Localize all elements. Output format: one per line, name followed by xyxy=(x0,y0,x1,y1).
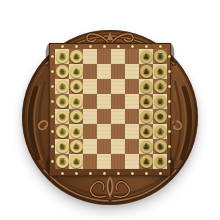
black-pawn: ♟ xyxy=(140,95,153,108)
board-square: ♟ xyxy=(69,109,83,124)
black-pawn: ♟ xyxy=(140,80,153,93)
brass-stud-icon xyxy=(131,172,134,175)
board-square xyxy=(97,124,111,139)
board-square: ♟ xyxy=(69,64,83,79)
board-square: ♟ xyxy=(139,139,153,154)
board-square: ♟ xyxy=(139,79,153,94)
board-square: ♟ xyxy=(139,109,153,124)
board-square: ♟ xyxy=(139,49,153,64)
board-frame: ♜♟♟♜♞♟♟♞♝♟♟♝♛♟♟♛♚♟♟♚♝♟♟♝♞♟♟♞♜♟♟♜ xyxy=(49,43,171,176)
board-square xyxy=(125,124,139,139)
board-square xyxy=(83,94,97,109)
board-square xyxy=(83,64,97,79)
board-square: ♝ xyxy=(153,124,167,139)
board-square xyxy=(125,139,139,154)
brass-stud-icon xyxy=(168,85,171,88)
board-square: ♚ xyxy=(153,109,167,124)
board-square xyxy=(111,124,125,139)
board-square: ♜ xyxy=(55,154,69,169)
board-square xyxy=(83,154,97,169)
board-square: ♛ xyxy=(153,94,167,109)
board-square xyxy=(111,154,125,169)
brass-stud-icon xyxy=(145,45,148,48)
board-square xyxy=(111,79,125,94)
board-square: ♞ xyxy=(153,139,167,154)
board-square: ♞ xyxy=(55,139,69,154)
product-photo: ♜♟♟♜♞♟♟♞♝♟♟♝♛♟♟♛♚♟♟♚♝♟♟♝♞♟♟♞♜♟♟♜ xyxy=(0,0,220,220)
board-square: ♟ xyxy=(69,139,83,154)
board-square xyxy=(97,109,111,124)
board-square xyxy=(97,64,111,79)
brass-stud-icon xyxy=(168,55,171,58)
white-rook: ♜ xyxy=(56,155,69,168)
brass-stud-icon xyxy=(51,100,54,103)
white-pawn: ♟ xyxy=(70,65,83,78)
black-pawn: ♟ xyxy=(140,65,153,78)
brass-stud-icon xyxy=(51,160,54,163)
brass-stud-icon xyxy=(168,145,171,148)
board-square: ♜ xyxy=(153,49,167,64)
brass-stud-icon xyxy=(89,45,92,48)
board-square xyxy=(125,49,139,64)
black-rook: ♜ xyxy=(154,155,167,168)
black-knight: ♞ xyxy=(154,140,167,153)
brass-stud-icon xyxy=(131,45,134,48)
white-rook: ♜ xyxy=(56,50,69,63)
board-square xyxy=(83,109,97,124)
black-bishop: ♝ xyxy=(154,125,167,138)
board-square xyxy=(97,49,111,64)
brass-stud-icon xyxy=(51,115,54,118)
board-square xyxy=(125,154,139,169)
brass-stud-icon xyxy=(75,172,78,175)
black-pawn: ♟ xyxy=(140,110,153,123)
board-square: ♜ xyxy=(153,154,167,169)
black-queen: ♛ xyxy=(154,95,167,108)
board-square xyxy=(125,109,139,124)
board-square xyxy=(111,94,125,109)
brass-stud-icon xyxy=(117,45,120,48)
brass-stud-icon xyxy=(51,70,54,73)
white-pawn: ♟ xyxy=(70,50,83,63)
brass-stud-icon xyxy=(168,130,171,133)
black-rook: ♜ xyxy=(154,50,167,63)
brass-stud-icon xyxy=(75,45,78,48)
board-square: ♛ xyxy=(55,94,69,109)
board-square: ♟ xyxy=(69,49,83,64)
board-square xyxy=(97,154,111,169)
chess-board: ♜♟♟♜♞♟♟♞♝♟♟♝♛♟♟♛♚♟♟♚♝♟♟♝♞♟♟♞♜♟♟♜ xyxy=(55,49,167,169)
white-bishop: ♝ xyxy=(56,125,69,138)
brass-stud-icon xyxy=(61,45,64,48)
board-square xyxy=(125,64,139,79)
board-square: ♟ xyxy=(139,124,153,139)
black-knight: ♞ xyxy=(154,65,167,78)
black-pawn: ♟ xyxy=(140,140,153,153)
black-bishop: ♝ xyxy=(154,80,167,93)
board-square xyxy=(83,79,97,94)
board-square: ♝ xyxy=(153,79,167,94)
brass-stud-icon xyxy=(168,160,171,163)
white-bishop: ♝ xyxy=(56,80,69,93)
board-square xyxy=(125,94,139,109)
white-pawn: ♟ xyxy=(70,155,83,168)
brass-stud-icon xyxy=(117,172,120,175)
brass-stud-icon xyxy=(103,45,106,48)
white-pawn: ♟ xyxy=(70,80,83,93)
board-square xyxy=(83,139,97,154)
brass-stud-icon xyxy=(89,172,92,175)
board-square: ♟ xyxy=(139,154,153,169)
board-square xyxy=(111,49,125,64)
board-square: ♟ xyxy=(69,94,83,109)
brass-stud-icon xyxy=(51,145,54,148)
board-square: ♟ xyxy=(139,64,153,79)
white-queen: ♛ xyxy=(56,95,69,108)
brass-stud-icon xyxy=(51,55,54,58)
board-square: ♞ xyxy=(153,64,167,79)
brass-stud-icon xyxy=(159,172,162,175)
white-pawn: ♟ xyxy=(70,125,83,138)
board-square xyxy=(97,79,111,94)
brass-stud-icon xyxy=(168,100,171,103)
black-pawn: ♟ xyxy=(140,125,153,138)
board-square xyxy=(125,79,139,94)
board-square: ♝ xyxy=(55,79,69,94)
board-square: ♟ xyxy=(69,79,83,94)
board-square xyxy=(83,124,97,139)
white-pawn: ♟ xyxy=(70,95,83,108)
brass-stud-icon xyxy=(168,115,171,118)
board-square xyxy=(111,109,125,124)
board-square: ♞ xyxy=(55,64,69,79)
black-pawn: ♟ xyxy=(140,155,153,168)
board-square: ♟ xyxy=(139,94,153,109)
black-king: ♚ xyxy=(154,110,167,123)
white-knight: ♞ xyxy=(56,140,69,153)
board-square xyxy=(97,139,111,154)
black-pawn: ♟ xyxy=(140,50,153,63)
board-square: ♟ xyxy=(69,154,83,169)
brass-stud-icon xyxy=(61,172,64,175)
brass-stud-icon xyxy=(145,172,148,175)
brass-stud-icon xyxy=(159,45,162,48)
brass-stud-icon xyxy=(51,130,54,133)
white-pawn: ♟ xyxy=(70,110,83,123)
board-square xyxy=(97,94,111,109)
board-square xyxy=(111,139,125,154)
brass-stud-icon xyxy=(168,70,171,73)
brass-stud-icon xyxy=(51,85,54,88)
board-square: ♟ xyxy=(69,124,83,139)
board-square xyxy=(83,49,97,64)
brass-stud-icon xyxy=(103,172,106,175)
white-pawn: ♟ xyxy=(70,140,83,153)
board-square xyxy=(111,64,125,79)
board-square: ♚ xyxy=(55,109,69,124)
board-square: ♜ xyxy=(55,49,69,64)
white-knight: ♞ xyxy=(56,65,69,78)
board-square: ♝ xyxy=(55,124,69,139)
white-king: ♚ xyxy=(56,110,69,123)
